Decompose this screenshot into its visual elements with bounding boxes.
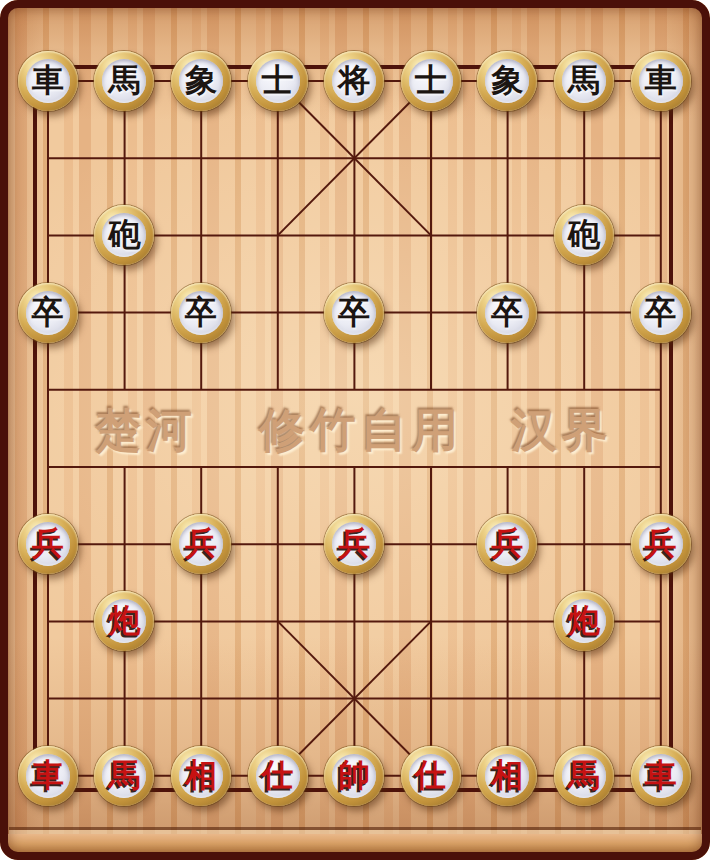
piece-glyph: 兵 xyxy=(645,527,677,559)
piece-face: 仕 xyxy=(409,754,453,798)
piece-face: 馬 xyxy=(102,59,146,103)
piece-face: 炮 xyxy=(562,599,606,643)
piece-black-soldier-5[interactable]: 卒 xyxy=(631,283,691,343)
piece-glyph: 砲 xyxy=(568,218,600,250)
piece-glyph: 兵 xyxy=(32,527,64,559)
piece-black-horse-1[interactable]: 馬 xyxy=(94,51,154,111)
piece-face: 砲 xyxy=(102,213,146,257)
piece-face: 将 xyxy=(332,59,376,103)
piece-glyph: 炮 xyxy=(108,604,140,636)
piece-black-soldier-2[interactable]: 卒 xyxy=(171,283,231,343)
piece-face: 車 xyxy=(639,754,683,798)
piece-red-horse-1[interactable]: 馬 xyxy=(94,746,154,806)
piece-face: 帥 xyxy=(332,754,376,798)
piece-face: 炮 xyxy=(102,599,146,643)
piece-face: 兵 xyxy=(179,522,223,566)
piece-face: 相 xyxy=(179,754,223,798)
piece-face: 兵 xyxy=(332,522,376,566)
piece-black-elephant-1[interactable]: 象 xyxy=(171,51,231,111)
piece-face: 象 xyxy=(179,59,223,103)
piece-glyph: 卒 xyxy=(491,296,523,328)
piece-glyph: 士 xyxy=(262,64,294,96)
piece-red-soldier-5[interactable]: 兵 xyxy=(631,514,691,574)
piece-black-cannon-1[interactable]: 砲 xyxy=(94,205,154,265)
piece-black-advisor-1[interactable]: 士 xyxy=(248,51,308,111)
piece-red-cannon-1[interactable]: 炮 xyxy=(94,591,154,651)
piece-face: 象 xyxy=(485,59,529,103)
piece-glyph: 車 xyxy=(645,64,677,96)
piece-face: 士 xyxy=(409,59,453,103)
piece-black-advisor-2[interactable]: 士 xyxy=(401,51,461,111)
piece-face: 兵 xyxy=(26,522,70,566)
piece-face: 馬 xyxy=(562,754,606,798)
piece-red-soldier-4[interactable]: 兵 xyxy=(477,514,537,574)
piece-glyph: 卒 xyxy=(32,296,64,328)
piece-black-chariot-1[interactable]: 車 xyxy=(18,51,78,111)
piece-glyph: 兵 xyxy=(338,527,370,559)
piece-red-soldier-3[interactable]: 兵 xyxy=(324,514,384,574)
piece-red-soldier-2[interactable]: 兵 xyxy=(171,514,231,574)
piece-glyph: 車 xyxy=(32,759,64,791)
piece-face: 馬 xyxy=(562,59,606,103)
piece-red-advisor-1[interactable]: 仕 xyxy=(248,746,308,806)
piece-face: 相 xyxy=(485,754,529,798)
piece-red-general[interactable]: 帥 xyxy=(324,746,384,806)
piece-glyph: 馬 xyxy=(108,64,140,96)
piece-face: 卒 xyxy=(639,291,683,335)
piece-black-horse-2[interactable]: 馬 xyxy=(554,51,614,111)
piece-glyph: 車 xyxy=(32,64,64,96)
piece-glyph: 相 xyxy=(185,759,217,791)
piece-black-soldier-4[interactable]: 卒 xyxy=(477,283,537,343)
piece-glyph: 帥 xyxy=(338,759,370,791)
piece-glyph: 仕 xyxy=(262,759,294,791)
piece-red-chariot-1[interactable]: 車 xyxy=(18,746,78,806)
piece-glyph: 馬 xyxy=(108,759,140,791)
piece-face: 車 xyxy=(26,59,70,103)
piece-black-cannon-2[interactable]: 砲 xyxy=(554,205,614,265)
piece-glyph: 兵 xyxy=(185,527,217,559)
piece-black-soldier-1[interactable]: 卒 xyxy=(18,283,78,343)
piece-glyph: 馬 xyxy=(568,759,600,791)
piece-face: 車 xyxy=(26,754,70,798)
piece-red-soldier-1[interactable]: 兵 xyxy=(18,514,78,574)
piece-glyph: 炮 xyxy=(568,604,600,636)
piece-face: 卒 xyxy=(179,291,223,335)
piece-face: 卒 xyxy=(332,291,376,335)
piece-glyph: 士 xyxy=(415,64,447,96)
piece-glyph: 象 xyxy=(185,64,217,96)
piece-black-elephant-2[interactable]: 象 xyxy=(477,51,537,111)
xiangqi-board-window: 楚河 修竹自用 汉界 車馬象士将士象馬車砲砲卒卒卒卒卒兵兵兵兵兵炮炮車馬相仕帥仕… xyxy=(0,0,710,860)
piece-glyph: 相 xyxy=(491,759,523,791)
piece-red-horse-2[interactable]: 馬 xyxy=(554,746,614,806)
piece-red-cannon-2[interactable]: 炮 xyxy=(554,591,614,651)
board[interactable]: 車馬象士将士象馬車砲砲卒卒卒卒卒兵兵兵兵兵炮炮車馬相仕帥仕相馬車 xyxy=(10,43,699,815)
piece-face: 車 xyxy=(639,59,683,103)
piece-glyph: 仕 xyxy=(415,759,447,791)
piece-glyph: 象 xyxy=(491,64,523,96)
piece-black-chariot-2[interactable]: 車 xyxy=(631,51,691,111)
piece-glyph: 馬 xyxy=(568,64,600,96)
piece-face: 兵 xyxy=(639,522,683,566)
piece-glyph: 卒 xyxy=(338,296,370,328)
piece-glyph: 砲 xyxy=(108,218,140,250)
piece-black-soldier-3[interactable]: 卒 xyxy=(324,283,384,343)
piece-black-general[interactable]: 将 xyxy=(324,51,384,111)
piece-face: 砲 xyxy=(562,213,606,257)
piece-glyph: 卒 xyxy=(645,296,677,328)
piece-glyph: 兵 xyxy=(491,527,523,559)
piece-face: 馬 xyxy=(102,754,146,798)
piece-face: 仕 xyxy=(256,754,300,798)
piece-face: 卒 xyxy=(485,291,529,335)
piece-face: 士 xyxy=(256,59,300,103)
piece-red-advisor-2[interactable]: 仕 xyxy=(401,746,461,806)
piece-glyph: 車 xyxy=(645,759,677,791)
piece-glyph: 将 xyxy=(338,64,370,96)
piece-face: 卒 xyxy=(26,291,70,335)
piece-red-chariot-2[interactable]: 車 xyxy=(631,746,691,806)
piece-red-elephant-1[interactable]: 相 xyxy=(171,746,231,806)
piece-red-elephant-2[interactable]: 相 xyxy=(477,746,537,806)
piece-glyph: 卒 xyxy=(185,296,217,328)
board-ledge xyxy=(8,834,702,852)
piece-face: 兵 xyxy=(485,522,529,566)
